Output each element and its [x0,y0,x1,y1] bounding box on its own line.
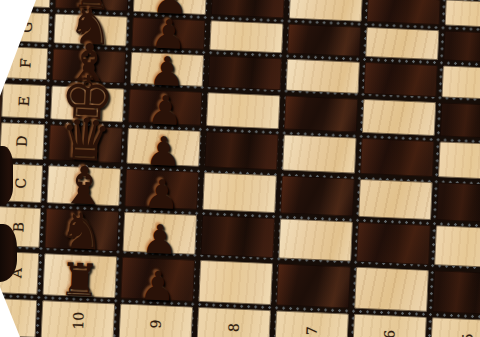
row-label-text: D [14,135,30,147]
square-G10: ♞ [53,13,127,46]
col-label-text: 5 [459,333,475,337]
square-F9: ♟ [130,52,204,87]
square-E10: ♚ [50,85,124,122]
row-label-E: E [1,83,46,119]
square-D10: ♛ [48,124,123,163]
board-photo: H♜♟G♞♟F♝♟E♚♟D♛♟C♝♟B♞♟A♜♟1098765 [0,0,480,337]
square-F7 [286,59,360,94]
piece-black-pawn-G9: ♟ [131,16,205,53]
row-label-text: E [16,96,32,107]
piece-black-knight-B10: ♞ [44,209,119,255]
col-label-7: 7 [274,310,349,337]
row-label-text: F [17,58,33,68]
col-label-10: 10 [41,300,116,337]
square-E6 [362,99,436,136]
square-B5 [434,225,480,268]
square-H9: ♟ [133,0,207,15]
piece-black-bishop-C10: ♝ [46,162,121,209]
square-H7 [289,0,363,22]
square-C5 [436,182,480,223]
square-B10: ♞ [45,208,120,251]
square-A8 [198,260,273,305]
col-label-text: 9 [148,319,164,329]
chess-board: H♜♟G♞♟F♝♟E♚♟D♛♟C♝♟B♞♟A♜♟1098765 [0,0,480,337]
square-A10: ♜ [42,253,117,298]
square-C7 [280,175,355,216]
col-label-8: 8 [196,307,271,337]
col-label-text: 8 [226,323,242,333]
square-G8 [209,20,283,53]
square-B6 [356,222,431,265]
square-D8 [204,131,279,170]
square-C6 [358,179,433,220]
square-H10: ♜ [55,0,129,12]
square-B7 [278,218,353,261]
square-E5 [440,102,480,139]
piece-black-rook-A10: ♜ [42,260,117,301]
piece-black-pawn-H9: ♟ [133,0,207,18]
col-label-9: 9 [119,304,194,337]
square-E7 [284,96,358,133]
piece-black-bishop-F10: ♝ [52,39,127,86]
square-A6 [354,267,429,312]
square-G9: ♟ [131,17,205,50]
square-G5 [443,30,480,63]
square-F6 [364,62,438,97]
square-C9: ♟ [124,169,199,210]
piece-black-pawn-B9: ♟ [122,221,196,258]
square-D9: ♟ [126,128,201,167]
square-H8 [211,0,285,18]
square-H6 [367,0,441,25]
square-A7 [276,263,351,308]
square-C10: ♝ [46,165,121,206]
piece-black-rook-H10: ♜ [55,0,130,15]
piece-black-pawn-F9: ♟ [130,53,204,90]
square-G6 [365,27,439,60]
square-F8 [208,55,282,90]
square-A9: ♟ [120,257,195,302]
square-C8 [202,172,277,213]
piece-black-pawn-A9: ♟ [120,268,194,305]
square-E9: ♟ [128,89,202,126]
square-D7 [282,134,357,173]
square-D5 [438,141,480,180]
square-D6 [360,138,435,177]
col-label-5: 5 [430,317,480,337]
piece-black-pawn-D9: ♟ [126,133,200,170]
col-label-text: 10 [69,311,86,330]
square-H5 [445,0,480,29]
square-F10: ♝ [52,48,126,83]
offboard-piece-sliver [0,146,13,206]
square-E8 [206,92,280,129]
piece-black-pawn-E9: ♟ [128,92,202,129]
square-B9: ♟ [122,212,197,255]
row-label-text: C [12,177,28,188]
square-F5 [441,65,480,100]
square-A5 [432,270,480,315]
col-label-text: 6 [381,330,397,337]
col-label-6: 6 [352,314,427,337]
square-G7 [287,24,361,57]
col-label-text: 7 [303,326,319,336]
square-B8 [200,215,275,258]
piece-black-pawn-C9: ♟ [124,176,198,213]
